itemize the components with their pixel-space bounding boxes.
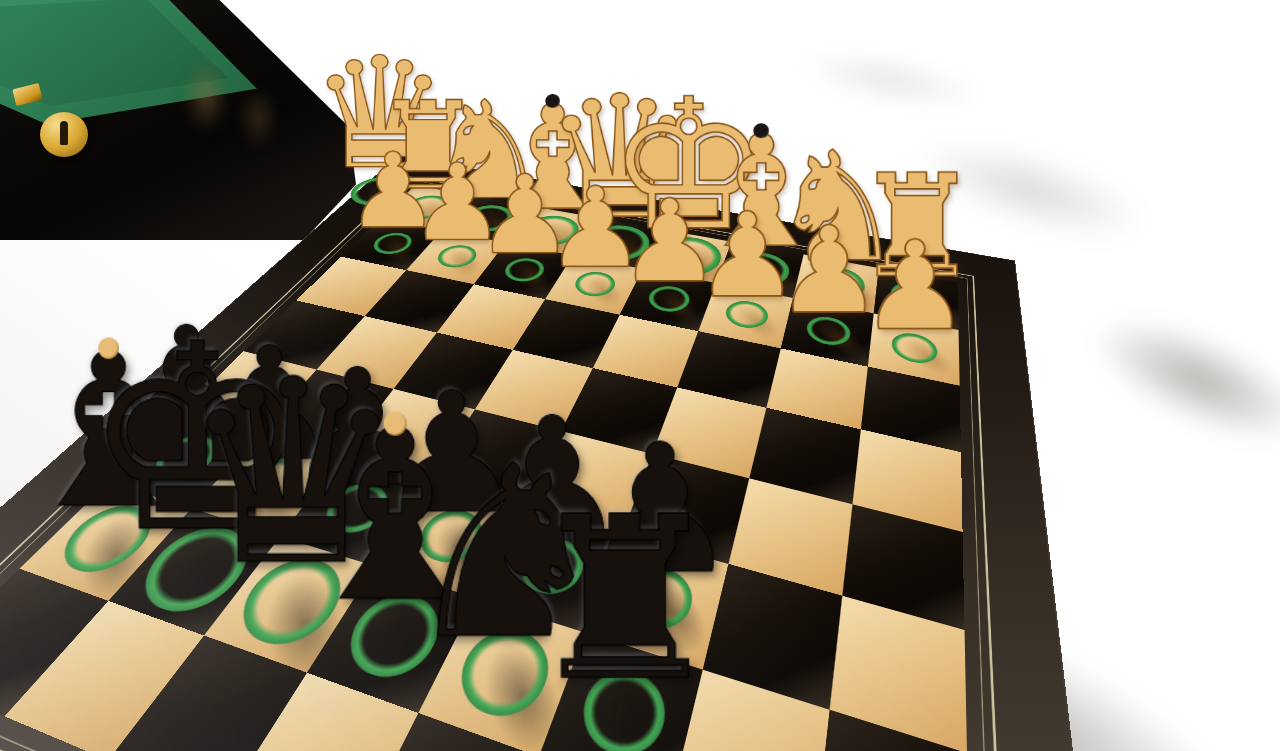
board-perspective-wrap: ♜♞♝♛♚♝♞♜♟♟♟♟♟♟♟♟♟♟♟♟♟♟♝♚♛♝♞♜ ♛ — [0, 0, 1280, 751]
white-pawn: ♟ — [799, 225, 1031, 348]
square-f2: ♜ — [539, 633, 703, 751]
black-rook: ♜ — [446, 487, 802, 712]
board-squares: ♜♞♝♛♚♝♞♜♟♟♟♟♟♟♟♟♟♟♟♟♟♟♝♚♛♝♞♜ — [0, 185, 974, 751]
scene: ♜♞♝♛♚♝♞♜♟♟♟♟♟♟♟♟♟♟♟♟♟♟♝♚♛♝♞♜ ♛ — [0, 0, 1280, 751]
square-h5 — [852, 429, 962, 532]
chessboard: ♜♞♝♛♚♝♞♜♟♟♟♟♟♟♟♟♟♟♟♟♟♟♝♚♛♝♞♜ ♛ — [0, 156, 1153, 751]
